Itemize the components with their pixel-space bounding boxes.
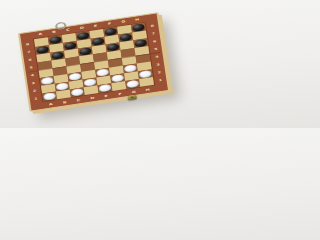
file-label: E: [99, 94, 113, 99]
clasp-icon: [127, 95, 137, 101]
board-square[interactable]: [97, 83, 112, 93]
board-square[interactable]: [42, 91, 57, 101]
white-piece[interactable]: [99, 84, 111, 92]
board-square[interactable]: [125, 79, 140, 89]
file-label: B: [58, 100, 72, 105]
file-label: E: [89, 23, 103, 28]
board-frame: ABCDEFGH ABCDEFGH 87654321 87654321: [18, 12, 170, 112]
file-label: F: [102, 21, 116, 26]
file-label: D: [85, 96, 99, 101]
file-label: D: [75, 25, 89, 30]
file-label: H: [141, 88, 155, 93]
rank-label: 1: [32, 94, 40, 103]
white-piece[interactable]: [44, 92, 56, 100]
file-label: G: [127, 90, 141, 95]
board-square[interactable]: [84, 85, 99, 95]
file-label: A: [44, 102, 58, 107]
rank-label: 1: [156, 75, 164, 84]
white-piece[interactable]: [127, 80, 139, 88]
file-label: A: [33, 32, 47, 37]
board-square[interactable]: [70, 87, 85, 97]
white-piece[interactable]: [71, 88, 83, 96]
file-label: H: [130, 17, 144, 22]
board-square[interactable]: [56, 89, 71, 99]
file-label: C: [71, 98, 85, 103]
checkers-board: ABCDEFGH ABCDEFGH 87654321 87654321: [18, 12, 170, 112]
file-label: G: [116, 19, 130, 24]
file-label: F: [113, 92, 127, 97]
board-square[interactable]: [139, 77, 154, 87]
file-label: B: [47, 30, 61, 35]
board-square[interactable]: [111, 81, 126, 91]
product-photo-scene: ABCDEFGH ABCDEFGH 87654321 87654321: [0, 0, 200, 128]
